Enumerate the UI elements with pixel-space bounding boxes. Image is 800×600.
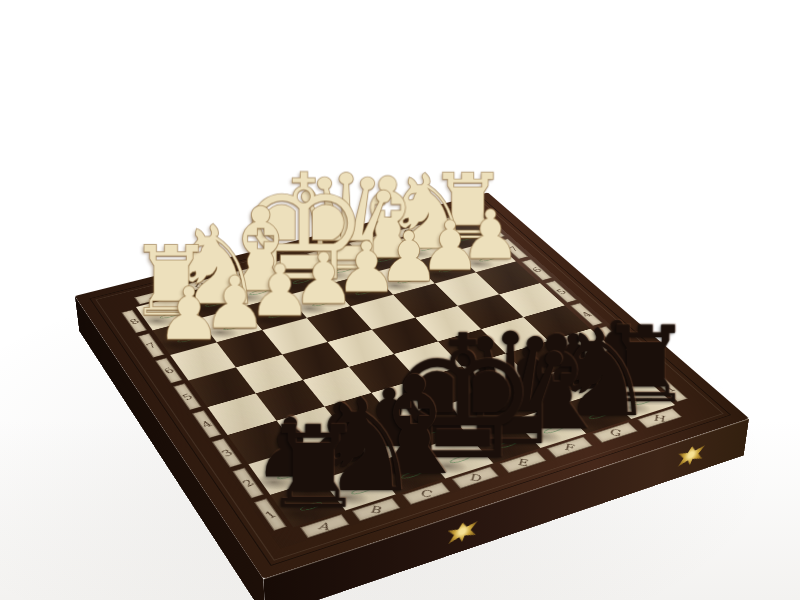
rank-label-east-4: 4	[570, 303, 603, 326]
rank-label-east-5-text: 5	[554, 288, 568, 296]
file-label-north-d-text: D	[279, 260, 292, 267]
rank-label-west-4-text: 4	[199, 419, 214, 429]
file-label-south-e-text: E	[517, 457, 530, 467]
file-label-north-g-text: G	[402, 228, 414, 235]
rank-label-west-7: 7	[138, 333, 164, 358]
file-label-south-d-text: D	[468, 472, 482, 482]
felt-ring	[375, 255, 395, 262]
felt-ring	[416, 245, 436, 252]
rank-label-west-6: 6	[155, 358, 182, 384]
rank-label-east-6-text: 6	[530, 266, 544, 273]
felt-ring	[478, 255, 498, 262]
rank-label-west-6-text: 6	[162, 366, 176, 375]
rank-label-east-2-text: 2	[633, 358, 648, 367]
felt-ring	[326, 455, 350, 465]
felt-ring	[311, 299, 332, 307]
brass-clasp-icon	[677, 442, 706, 469]
rank-label-east-8-text: 8	[484, 225, 497, 232]
felt-ring	[298, 501, 323, 512]
chess-board: ABCDEFGH8♜♞♝♚♛♝♞♜87♟♟♟♟♟♟♟♟7665544332♟♟♟…	[109, 208, 708, 549]
rank-label-east-7-text: 7	[506, 245, 520, 252]
file-label-south-b: B	[352, 498, 401, 521]
rank-label-west-7-text: 7	[144, 341, 158, 349]
rank-label-west-1-text: 1	[262, 509, 278, 520]
felt-ring	[515, 397, 537, 406]
file-label-south-a-text: A	[318, 521, 332, 532]
felt-ring	[422, 425, 445, 435]
file-label-south-g-text: G	[609, 428, 622, 438]
felt-ring	[248, 288, 269, 296]
rank-label-east-3-text: 3	[606, 334, 621, 342]
rank-label-west-8-text: 8	[127, 317, 141, 325]
rank-label-east-1-text: 1	[662, 384, 678, 393]
felt-ring	[495, 439, 518, 449]
rank-label-east-4-text: 4	[579, 310, 594, 318]
frame-corner	[675, 399, 707, 417]
felt-ring	[437, 266, 457, 273]
file-label-south-h-text: H	[653, 413, 666, 422]
felt-ring	[396, 277, 416, 285]
felt-ring	[222, 323, 243, 331]
rank-label-west-2-text: 2	[240, 478, 256, 489]
square-d4[interactable]	[349, 354, 417, 393]
brass-clasp-icon	[447, 518, 477, 547]
felt-ring	[542, 425, 565, 435]
felt-ring	[456, 235, 475, 242]
rank-label-west-2: 2	[232, 468, 263, 499]
felt-ring	[587, 411, 609, 421]
felt-ring	[399, 469, 423, 479]
felt-ring	[631, 397, 653, 406]
felt-ring	[159, 311, 180, 319]
felt-ring	[448, 454, 472, 464]
felt-ring	[559, 384, 581, 393]
product-photo-scene: ABCDEFGH8♜♞♝♚♛♝♞♜87♟♟♟♟♟♟♟♟7665544332♟♟♟…	[0, 0, 800, 600]
felt-ring	[349, 485, 373, 496]
file-label-south-c-text: C	[419, 488, 433, 498]
square-e5[interactable]	[372, 318, 438, 354]
file-label-north-f-text: F	[363, 239, 374, 246]
rank-label-west-3-text: 3	[219, 448, 234, 458]
file-label-north-h-text: H	[441, 218, 453, 225]
felt-ring	[469, 411, 492, 421]
rank-label-west-5-text: 5	[180, 392, 195, 401]
felt-ring	[204, 300, 225, 308]
felt-ring	[291, 277, 311, 285]
felt-ring	[176, 335, 198, 343]
file-label-south-b-text: B	[369, 504, 383, 515]
felt-ring	[334, 266, 354, 273]
file-label-north-b-text: B	[193, 281, 205, 288]
chess-board-3d: ABCDEFGH8♜♞♝♚♛♝♞♜87♟♟♟♟♟♟♟♟7665544332♟♟♟…	[75, 192, 749, 578]
felt-ring	[267, 311, 288, 319]
file-label-south-f-text: F	[564, 442, 576, 452]
felt-ring	[603, 371, 625, 380]
file-label-north-c-text: C	[236, 270, 248, 277]
felt-ring	[354, 288, 375, 296]
felt-ring	[275, 470, 299, 480]
file-label-north-a-text: A	[149, 293, 162, 300]
felt-ring	[374, 440, 397, 450]
file-label-north-e-text: E	[321, 249, 332, 256]
